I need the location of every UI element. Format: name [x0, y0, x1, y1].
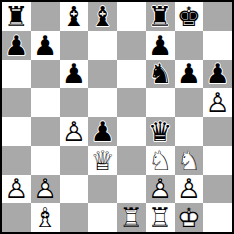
piece-black-bishop: ♝ — [60, 2, 89, 31]
square-d4[interactable]: ♟ — [88, 117, 117, 146]
square-a2[interactable]: ♟♙ — [2, 175, 31, 204]
square-d3[interactable]: ♛♕ — [88, 146, 117, 175]
piece-black-bishop: ♝ — [88, 2, 117, 31]
square-d7[interactable] — [88, 31, 117, 60]
piece-white-knight: ♞♘ — [175, 146, 204, 175]
square-e6[interactable] — [117, 60, 146, 89]
piece-white-pawn: ♟♙ — [31, 175, 60, 204]
piece-black-pawn: ♟ — [175, 60, 204, 89]
square-g3[interactable]: ♞♘ — [175, 146, 204, 175]
piece-white-king: ♚♔ — [175, 203, 204, 232]
square-c7[interactable] — [60, 31, 89, 60]
piece-white-pawn: ♟♙ — [175, 175, 204, 204]
square-f1[interactable]: ♜♖ — [146, 203, 175, 232]
square-c2[interactable] — [60, 175, 89, 204]
square-d6[interactable] — [88, 60, 117, 89]
square-f7[interactable]: ♟ — [146, 31, 175, 60]
piece-black-king: ♚ — [175, 2, 204, 31]
square-a5[interactable] — [2, 88, 31, 117]
piece-black-rook: ♜ — [2, 2, 31, 31]
piece-black-knight: ♞ — [146, 60, 175, 89]
square-f6[interactable]: ♞ — [146, 60, 175, 89]
square-f3[interactable]: ♞♘ — [146, 146, 175, 175]
square-b5[interactable] — [31, 88, 60, 117]
piece-black-pawn: ♟ — [60, 60, 89, 89]
square-d2[interactable] — [88, 175, 117, 204]
square-a7[interactable]: ♟ — [2, 31, 31, 60]
square-c1[interactable] — [60, 203, 89, 232]
square-e1[interactable]: ♜♖ — [117, 203, 146, 232]
piece-black-pawn: ♟ — [146, 31, 175, 60]
square-a8[interactable]: ♜ — [2, 2, 31, 31]
square-c4[interactable]: ♟♙ — [60, 117, 89, 146]
piece-white-pawn: ♟♙ — [60, 117, 89, 146]
piece-white-rook: ♜♖ — [146, 203, 175, 232]
square-g4[interactable] — [175, 117, 204, 146]
square-c6[interactable]: ♟ — [60, 60, 89, 89]
piece-black-pawn: ♟ — [31, 31, 60, 60]
piece-white-pawn: ♟♙ — [203, 88, 232, 117]
square-a6[interactable] — [2, 60, 31, 89]
square-c8[interactable]: ♝ — [60, 2, 89, 31]
piece-white-rook: ♜♖ — [117, 203, 146, 232]
square-c5[interactable] — [60, 88, 89, 117]
square-c3[interactable] — [60, 146, 89, 175]
square-e3[interactable] — [117, 146, 146, 175]
square-a4[interactable] — [2, 117, 31, 146]
square-e7[interactable] — [117, 31, 146, 60]
square-b3[interactable] — [31, 146, 60, 175]
square-b1[interactable]: ♝♗ — [31, 203, 60, 232]
square-d1[interactable] — [88, 203, 117, 232]
square-b2[interactable]: ♟♙ — [31, 175, 60, 204]
square-f8[interactable]: ♜ — [146, 2, 175, 31]
piece-white-pawn: ♟♙ — [2, 175, 31, 204]
piece-white-pawn: ♟♙ — [146, 175, 175, 204]
square-h7[interactable] — [203, 31, 232, 60]
piece-black-rook: ♜ — [146, 2, 175, 31]
square-b7[interactable]: ♟ — [31, 31, 60, 60]
square-f2[interactable]: ♟♙ — [146, 175, 175, 204]
square-b6[interactable] — [31, 60, 60, 89]
piece-black-queen: ♛ — [146, 117, 175, 146]
square-a3[interactable] — [2, 146, 31, 175]
square-f5[interactable] — [146, 88, 175, 117]
square-h8[interactable] — [203, 2, 232, 31]
piece-white-queen: ♛♕ — [88, 146, 117, 175]
square-g8[interactable]: ♚ — [175, 2, 204, 31]
square-g2[interactable]: ♟♙ — [175, 175, 204, 204]
square-g5[interactable] — [175, 88, 204, 117]
square-h2[interactable] — [203, 175, 232, 204]
square-h5[interactable]: ♟♙ — [203, 88, 232, 117]
square-g1[interactable]: ♚♔ — [175, 203, 204, 232]
square-e5[interactable] — [117, 88, 146, 117]
square-h6[interactable]: ♟ — [203, 60, 232, 89]
square-g6[interactable]: ♟ — [175, 60, 204, 89]
square-g7[interactable] — [175, 31, 204, 60]
square-b8[interactable] — [31, 2, 60, 31]
piece-black-pawn: ♟ — [203, 60, 232, 89]
chess-board: ♜♝♝♜♚♟♟♟♟♞♟♟♟♙♟♙♟♛♛♕♞♘♞♘♟♙♟♙♟♙♟♙♝♗♜♖♜♖♚♔ — [0, 0, 234, 234]
piece-white-knight: ♞♘ — [146, 146, 175, 175]
square-h4[interactable] — [203, 117, 232, 146]
square-b4[interactable] — [31, 117, 60, 146]
square-f4[interactable]: ♛ — [146, 117, 175, 146]
square-e4[interactable] — [117, 117, 146, 146]
piece-white-bishop: ♝♗ — [31, 203, 60, 232]
square-h1[interactable] — [203, 203, 232, 232]
square-a1[interactable] — [2, 203, 31, 232]
piece-black-pawn: ♟ — [88, 117, 117, 146]
piece-black-pawn: ♟ — [2, 31, 31, 60]
square-e8[interactable] — [117, 2, 146, 31]
square-d8[interactable]: ♝ — [88, 2, 117, 31]
square-h3[interactable] — [203, 146, 232, 175]
square-e2[interactable] — [117, 175, 146, 204]
chess-diagram: ♜♝♝♜♚♟♟♟♟♞♟♟♟♙♟♙♟♛♛♕♞♘♞♘♟♙♟♙♟♙♟♙♝♗♜♖♜♖♚♔ — [0, 0, 234, 234]
square-d5[interactable] — [88, 88, 117, 117]
